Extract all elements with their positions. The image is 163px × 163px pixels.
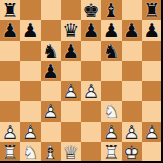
white-pawn-outline: ♙ [61, 81, 81, 101]
square-e2[interactable] [81, 122, 101, 142]
piece-black-bishop: ♝ [101, 0, 121, 20]
square-d5[interactable] [61, 61, 81, 81]
piece-black-rook: ♜ [142, 0, 162, 20]
white-bishop-outline: ♗ [41, 142, 61, 162]
black-pawn-glyph: ♟ [122, 20, 142, 40]
white-knight-outline: ♘ [20, 142, 40, 162]
white-pawn-outline: ♙ [81, 81, 101, 101]
square-e4[interactable]: ♟♙ [81, 81, 101, 101]
square-e8[interactable]: ♚ [81, 0, 101, 20]
square-g2[interactable]: ♟♙ [122, 122, 142, 142]
white-rook-outline: ♖ [101, 142, 121, 162]
piece-white-pawn: ♟♙ [122, 122, 142, 142]
square-e7[interactable]: ♟ [81, 20, 101, 40]
square-f4[interactable] [101, 81, 121, 101]
square-c2[interactable] [41, 122, 61, 142]
black-pawn-glyph: ♟ [101, 20, 121, 40]
square-c7[interactable] [41, 20, 61, 40]
piece-white-pawn: ♟♙ [142, 122, 162, 142]
black-pawn-glyph: ♟ [0, 20, 20, 40]
black-pawn-glyph: ♟ [142, 20, 162, 40]
white-pawn-outline: ♙ [101, 122, 121, 142]
square-d3[interactable] [61, 101, 81, 121]
black-pawn-glyph: ♟ [41, 61, 61, 81]
square-b5[interactable] [20, 61, 40, 81]
piece-white-pawn: ♟♙ [61, 81, 81, 101]
square-b7[interactable]: ♟ [20, 20, 40, 40]
square-h8[interactable]: ♜ [142, 0, 162, 20]
piece-white-bishop: ♝♗ [41, 142, 61, 162]
piece-black-pawn: ♟ [142, 20, 162, 40]
square-h7[interactable]: ♟ [142, 20, 162, 40]
white-queen-outline: ♕ [61, 142, 81, 162]
piece-white-pawn: ♟♙ [0, 122, 20, 142]
piece-white-knight: ♞♘ [20, 142, 40, 162]
square-a5[interactable] [0, 61, 20, 81]
square-b8[interactable] [20, 0, 40, 20]
piece-black-knight: ♞ [101, 41, 121, 61]
square-c1[interactable]: ♝♗ [41, 142, 61, 162]
square-f2[interactable]: ♟♙ [101, 122, 121, 142]
square-h5[interactable] [142, 61, 162, 81]
square-b4[interactable] [20, 81, 40, 101]
piece-white-pawn: ♟♙ [81, 81, 101, 101]
piece-white-king: ♚♔ [122, 142, 142, 162]
white-pawn-outline: ♙ [142, 122, 162, 142]
square-d4[interactable]: ♟♙ [61, 81, 81, 101]
square-e5[interactable] [81, 61, 101, 81]
piece-black-pawn: ♟ [122, 20, 142, 40]
square-b3[interactable] [20, 101, 40, 121]
piece-white-rook: ♜♖ [0, 142, 20, 162]
square-f5[interactable] [101, 61, 121, 81]
piece-black-pawn: ♟ [20, 20, 40, 40]
square-a7[interactable]: ♟ [0, 20, 20, 40]
square-h3[interactable] [142, 101, 162, 121]
white-king-outline: ♔ [122, 142, 142, 162]
piece-black-queen: ♛ [61, 20, 81, 40]
white-pawn-outline: ♙ [122, 122, 142, 142]
square-c3[interactable]: ♟♙ [41, 101, 61, 121]
black-pawn-glyph: ♟ [20, 20, 40, 40]
square-f7[interactable]: ♟ [101, 20, 121, 40]
square-e6[interactable] [81, 41, 101, 61]
piece-white-rook: ♜♖ [101, 142, 121, 162]
square-d7[interactable]: ♛ [61, 20, 81, 40]
black-rook-glyph: ♜ [0, 0, 20, 20]
square-c8[interactable] [41, 0, 61, 20]
square-b1[interactable]: ♞♘ [20, 142, 40, 162]
black-knight-glyph: ♞ [101, 41, 121, 61]
black-pawn-glyph: ♟ [61, 41, 81, 61]
white-knight-outline: ♘ [101, 101, 121, 121]
square-d6[interactable]: ♟ [61, 41, 81, 61]
piece-black-pawn: ♟ [41, 61, 61, 81]
square-a6[interactable] [0, 41, 20, 61]
piece-black-pawn: ♟ [81, 20, 101, 40]
square-g7[interactable]: ♟ [122, 20, 142, 40]
piece-white-knight: ♞♘ [101, 101, 121, 121]
piece-black-pawn: ♟ [0, 20, 20, 40]
square-a2[interactable]: ♟♙ [0, 122, 20, 142]
square-f3[interactable]: ♞♘ [101, 101, 121, 121]
square-g5[interactable] [122, 61, 142, 81]
square-f8[interactable]: ♝ [101, 0, 121, 20]
board-edge-right [161, 0, 163, 162]
square-a3[interactable] [0, 101, 20, 121]
board-grid: ♜♚♝♜♟♟♛♟♟♟♟♞♟♞♟♟♙♟♙♟♙♞♘♟♙♟♙♟♙♟♙♟♙♜♖♞♘♝♗♛… [0, 0, 162, 162]
black-queen-glyph: ♛ [61, 20, 81, 40]
square-d8[interactable] [61, 0, 81, 20]
square-d1[interactable]: ♛♕ [61, 142, 81, 162]
chess-board: ♜♚♝♜♟♟♛♟♟♟♟♞♟♞♟♟♙♟♙♟♙♞♘♟♙♟♙♟♙♟♙♟♙♜♖♞♘♝♗♛… [0, 0, 162, 162]
square-a1[interactable]: ♜♖ [0, 142, 20, 162]
square-c4[interactable] [41, 81, 61, 101]
black-king-glyph: ♚ [81, 0, 101, 20]
square-h4[interactable] [142, 81, 162, 101]
piece-black-knight: ♞ [41, 41, 61, 61]
square-b6[interactable] [20, 41, 40, 61]
square-e1[interactable] [81, 142, 101, 162]
piece-white-pawn: ♟♙ [41, 101, 61, 121]
square-f1[interactable]: ♜♖ [101, 142, 121, 162]
black-knight-glyph: ♞ [41, 41, 61, 61]
white-pawn-outline: ♙ [41, 101, 61, 121]
square-g1[interactable]: ♚♔ [122, 142, 142, 162]
square-c6[interactable]: ♞ [41, 41, 61, 61]
square-g6[interactable] [122, 41, 142, 61]
black-rook-glyph: ♜ [142, 0, 162, 20]
square-d2[interactable] [61, 122, 81, 142]
square-h6[interactable] [142, 41, 162, 61]
square-b2[interactable]: ♟♙ [20, 122, 40, 142]
black-pawn-glyph: ♟ [81, 20, 101, 40]
white-pawn-outline: ♙ [0, 122, 20, 142]
white-pawn-outline: ♙ [20, 122, 40, 142]
square-g4[interactable] [122, 81, 142, 101]
square-h2[interactable]: ♟♙ [142, 122, 162, 142]
square-e3[interactable] [81, 101, 101, 121]
square-g3[interactable] [122, 101, 142, 121]
piece-black-rook: ♜ [0, 0, 20, 20]
square-c5[interactable]: ♟ [41, 61, 61, 81]
piece-white-pawn: ♟♙ [20, 122, 40, 142]
board-edge-bottom [0, 161, 162, 163]
piece-white-queen: ♛♕ [61, 142, 81, 162]
square-a4[interactable] [0, 81, 20, 101]
white-rook-outline: ♖ [0, 142, 20, 162]
square-f6[interactable]: ♞ [101, 41, 121, 61]
square-h1[interactable] [142, 142, 162, 162]
black-bishop-glyph: ♝ [101, 0, 121, 20]
square-g8[interactable] [122, 0, 142, 20]
square-a8[interactable]: ♜ [0, 0, 20, 20]
piece-white-pawn: ♟♙ [101, 122, 121, 142]
piece-black-pawn: ♟ [101, 20, 121, 40]
piece-black-king: ♚ [81, 0, 101, 20]
piece-black-pawn: ♟ [61, 41, 81, 61]
